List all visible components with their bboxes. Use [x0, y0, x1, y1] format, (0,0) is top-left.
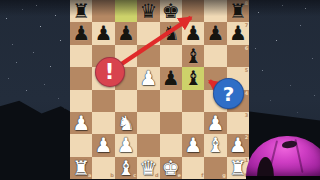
black-king-e8: ♚	[160, 0, 182, 22]
square-c1[interactable]: ♝c	[115, 157, 137, 179]
file-label-c: c	[133, 173, 136, 178]
file-label-e: e	[178, 173, 181, 178]
question-badge: ?	[213, 78, 244, 109]
file-label-d: d	[155, 173, 159, 178]
rank-label-6: 6	[245, 46, 248, 51]
square-e8[interactable]: ♚	[160, 0, 182, 22]
white-rook-a1: ♜	[70, 157, 92, 179]
rank-label-8: 8	[245, 1, 248, 6]
square-d2[interactable]	[137, 134, 159, 156]
square-g6[interactable]	[204, 45, 226, 67]
square-b3[interactable]	[92, 112, 114, 134]
square-e3[interactable]	[160, 112, 182, 134]
square-a7[interactable]: ♟	[70, 22, 92, 44]
square-d7[interactable]	[137, 22, 159, 44]
rank-label-3: 3	[245, 113, 248, 118]
square-a2[interactable]	[70, 134, 92, 156]
square-g7[interactable]: ♟	[204, 22, 226, 44]
black-pawn-e5: ♟	[160, 67, 182, 89]
square-f8[interactable]	[182, 0, 204, 22]
square-h6[interactable]: 6	[227, 45, 249, 67]
stars-background	[0, 0, 1, 1]
tent-ground-shadow	[246, 176, 320, 180]
white-queen-d1: ♛	[137, 157, 159, 179]
rank-label-4: 4	[245, 91, 248, 96]
white-pawn-c2: ♟	[115, 134, 137, 156]
square-g1[interactable]: g	[204, 157, 226, 179]
white-bishop-c1: ♝	[115, 157, 137, 179]
square-b4[interactable]	[92, 90, 114, 112]
square-b8[interactable]	[92, 0, 114, 22]
rank-label-5: 5	[245, 68, 248, 73]
square-a6[interactable]	[70, 45, 92, 67]
black-bishop-f5: ♝	[182, 67, 204, 89]
square-b1[interactable]: b	[92, 157, 114, 179]
black-pawn-g7: ♟	[204, 22, 226, 44]
white-pawn-b2: ♟	[92, 134, 114, 156]
black-queen-d8: ♛	[137, 0, 159, 22]
square-b2[interactable]: ♟	[92, 134, 114, 156]
square-d8[interactable]: ♛	[137, 0, 159, 22]
square-a8[interactable]: ♜	[70, 0, 92, 22]
square-e4[interactable]	[160, 90, 182, 112]
square-f2[interactable]: ♟	[182, 134, 204, 156]
file-label-b: b	[110, 173, 114, 178]
square-c2[interactable]: ♟	[115, 134, 137, 156]
square-a3[interactable]: ♟	[70, 112, 92, 134]
square-a5[interactable]	[70, 67, 92, 89]
square-e1[interactable]: ♚e	[160, 157, 182, 179]
thumbnail-scene: ♜♛♚♜8♟♟♟♞♟♟♟7♝6♟♟♝54♟♞♟3♟♟♟♝♟2♜ab♝c♛d♚ef…	[0, 0, 320, 180]
square-d3[interactable]	[137, 112, 159, 134]
square-f1[interactable]: f	[182, 157, 204, 179]
black-pawn-a7: ♟	[70, 22, 92, 44]
black-rook-h8: ♜	[227, 0, 249, 22]
square-g3[interactable]: ♟	[204, 112, 226, 134]
square-h7[interactable]: ♟7	[227, 22, 249, 44]
black-pawn-c7: ♟	[115, 22, 137, 44]
square-a1[interactable]: ♜a	[70, 157, 92, 179]
square-g2[interactable]: ♝	[204, 134, 226, 156]
white-knight-c3: ♞	[115, 112, 137, 134]
white-king-e1: ♚	[160, 157, 182, 179]
black-pawn-b7: ♟	[92, 22, 114, 44]
file-label-a: a	[88, 173, 91, 178]
black-bishop-f6: ♝	[182, 45, 204, 67]
square-c8-highlighted[interactable]	[115, 0, 137, 22]
file-label-g: g	[222, 173, 226, 178]
square-g8[interactable]	[204, 0, 226, 22]
square-d1[interactable]: ♛d	[137, 157, 159, 179]
white-bishop-g2: ♝	[204, 134, 226, 156]
square-f5-highlighted[interactable]: ♝	[182, 67, 204, 89]
black-rook-a8: ♜	[70, 0, 92, 22]
white-pawn-d5: ♟	[137, 67, 159, 89]
square-c4[interactable]	[115, 90, 137, 112]
square-b7[interactable]: ♟	[92, 22, 114, 44]
file-label-f: f	[201, 173, 203, 178]
square-f7[interactable]: ♟	[182, 22, 204, 44]
camping-tent	[246, 136, 320, 180]
black-pawn-f7: ♟	[182, 22, 204, 44]
white-pawn-f2: ♟	[182, 134, 204, 156]
square-d6[interactable]	[137, 45, 159, 67]
square-d5[interactable]: ♟	[137, 67, 159, 89]
square-c3[interactable]: ♞	[115, 112, 137, 134]
square-a4[interactable]	[70, 90, 92, 112]
square-e7[interactable]: ♞	[160, 22, 182, 44]
white-pawn-a3: ♟	[70, 112, 92, 134]
square-f3[interactable]	[182, 112, 204, 134]
square-h8[interactable]: ♜8	[227, 0, 249, 22]
square-e6[interactable]	[160, 45, 182, 67]
square-d4[interactable]	[137, 90, 159, 112]
exclamation-badge: !	[95, 57, 125, 87]
square-c7[interactable]: ♟	[115, 22, 137, 44]
white-pawn-g3: ♟	[204, 112, 226, 134]
black-knight-e7: ♞	[160, 22, 182, 44]
black-pawn-h7: ♟	[227, 22, 249, 44]
square-e2[interactable]	[160, 134, 182, 156]
square-f6[interactable]: ♝	[182, 45, 204, 67]
rank-label-7: 7	[245, 23, 248, 28]
square-h3[interactable]: 3	[227, 112, 249, 134]
square-e5[interactable]: ♟	[160, 67, 182, 89]
square-f4[interactable]	[182, 90, 204, 112]
